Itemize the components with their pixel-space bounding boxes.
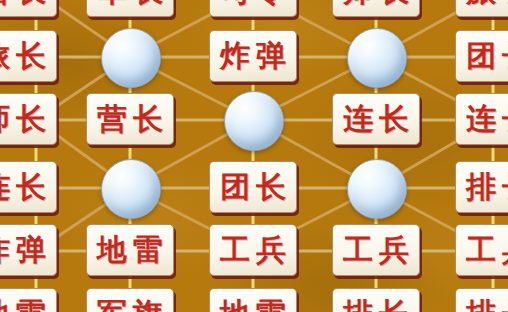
piece-label: 营长 (0, 0, 52, 6)
piece-label: 地雷 (220, 299, 292, 312)
piece-tile-r5c3[interactable]: 排长 (332, 288, 420, 312)
piece-label: 旅长 (466, 0, 508, 6)
piece-label: 工兵 (220, 235, 292, 265)
piece-label: 连长 (343, 104, 415, 134)
camp-marker-r2c2[interactable] (224, 91, 284, 151)
piece-label: 排长 (466, 172, 508, 202)
piece-label: 工兵 (343, 235, 415, 265)
piece-label: 连长 (466, 104, 508, 134)
piece-tile-r0c2[interactable]: 司令 (209, 0, 297, 17)
piece-tile-r5c0[interactable]: 地雷 (0, 288, 57, 312)
piece-label: 师长 (0, 104, 52, 134)
piece-tile-r0c0[interactable]: 营长 (0, 0, 57, 17)
piece-label: 师长 (343, 0, 415, 6)
piece-tile-r0c3[interactable]: 师长 (332, 0, 420, 17)
piece-tile-r3c4[interactable]: 排长 (455, 161, 508, 213)
piece-tile-r5c1[interactable]: 军旗 (86, 288, 174, 312)
piece-label: 连长 (0, 172, 52, 202)
piece-tile-r1c0[interactable]: 旅长 (0, 30, 57, 82)
piece-tile-r0c4[interactable]: 旅长 (455, 0, 508, 17)
camp-marker-r1c1[interactable] (101, 28, 161, 88)
piece-tile-r2c0[interactable]: 师长 (0, 93, 57, 145)
camp-marker-r1c3[interactable] (347, 28, 407, 88)
piece-label: 炸弹 (220, 41, 292, 71)
piece-tile-r5c4[interactable]: 排长 (455, 288, 508, 312)
piece-tile-r4c2[interactable]: 工兵 (209, 224, 297, 276)
piece-tile-r2c3[interactable]: 连长 (332, 93, 420, 145)
camp-marker-r3c3[interactable] (347, 159, 407, 219)
piece-tile-r5c2[interactable]: 地雷 (209, 288, 297, 312)
piece-label: 团长 (466, 41, 508, 71)
piece-tile-r4c4[interactable]: 工兵 (455, 224, 508, 276)
piece-label: 排长 (343, 299, 415, 312)
piece-label: 排长 (466, 299, 508, 312)
piece-tile-r2c1[interactable]: 营长 (86, 93, 174, 145)
piece-label: 司令 (220, 0, 292, 6)
piece-tile-r4c1[interactable]: 地雷 (86, 224, 174, 276)
piece-label: 军旗 (97, 299, 169, 312)
piece-label: 地雷 (97, 235, 169, 265)
piece-label: 军长 (97, 0, 169, 6)
piece-label: 地雷 (0, 299, 52, 312)
piece-tile-r2c4[interactable]: 连长 (455, 93, 508, 145)
piece-label: 团长 (220, 172, 292, 202)
piece-tile-r4c3[interactable]: 工兵 (332, 224, 420, 276)
camp-marker-r3c1[interactable] (101, 159, 161, 219)
piece-label: 炸弹 (0, 235, 52, 265)
piece-label: 工兵 (466, 235, 508, 265)
piece-tile-r3c0[interactable]: 连长 (0, 161, 57, 213)
piece-tile-r1c2[interactable]: 炸弹 (209, 30, 297, 82)
piece-tile-r0c1[interactable]: 军长 (86, 0, 174, 17)
piece-tile-r3c2[interactable]: 团长 (209, 161, 297, 213)
piece-label: 营长 (97, 104, 169, 134)
luzhanqi-board: 营长 军长 司令 师长 旅长 旅长 炸弹 团长 师长 营长 连长 连长 连长 团… (0, 0, 508, 312)
piece-tile-r1c4[interactable]: 团长 (455, 30, 508, 82)
piece-label: 旅长 (0, 41, 52, 71)
piece-tile-r4c0[interactable]: 炸弹 (0, 224, 57, 276)
